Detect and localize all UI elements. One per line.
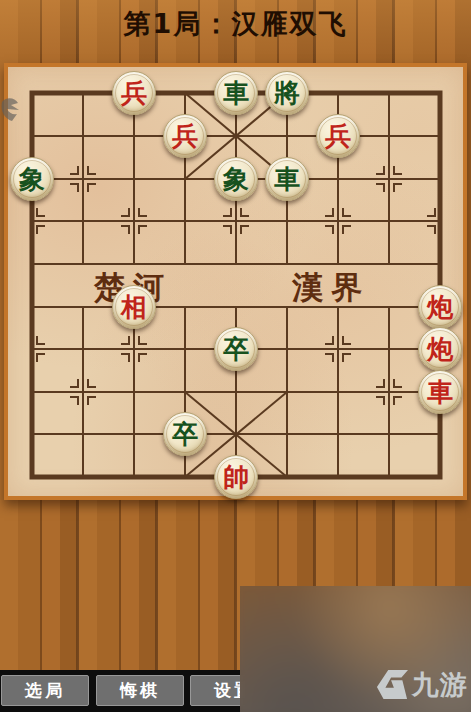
piece-black-elephant-1[interactable]: 象 [10, 157, 54, 201]
piece-black-soldier-1[interactable]: 卒 [214, 327, 258, 371]
select-game-button[interactable]: 选局 [1, 675, 89, 706]
piece-red-chariot[interactable]: 車 [418, 370, 462, 414]
undo-move-button[interactable]: 悔棋 [96, 675, 184, 706]
page-title: 第1局：汉雁双飞 [0, 6, 471, 42]
piece-black-elephant-2[interactable]: 象 [214, 157, 258, 201]
piece-red-elephant[interactable]: 相 [112, 285, 156, 329]
jiuyou-logo-icon [376, 668, 408, 702]
piece-black-chariot-2[interactable]: 車 [265, 157, 309, 201]
river-label-han: 漢界 [292, 267, 370, 309]
piece-red-soldier-3[interactable]: 兵 [316, 114, 360, 158]
jiuyou-watermark: 九游 [376, 667, 468, 703]
piece-black-soldier-2[interactable]: 卒 [163, 412, 207, 456]
jiuyou-logo-text: 九游 [412, 667, 468, 703]
piece-red-general[interactable]: 帥 [214, 455, 258, 499]
piece-black-general[interactable]: 將 [265, 71, 309, 115]
piece-red-soldier-1[interactable]: 兵 [112, 71, 156, 115]
xiangqi-board[interactable] [4, 63, 467, 500]
piece-red-cannon-2[interactable]: 炮 [418, 327, 462, 371]
app-root: 第1局：汉雁双飞 楚河 漢界 兵車將兵兵象象車相炮卒炮車卒帥 选局 悔棋 设置 … [0, 0, 471, 712]
piece-red-soldier-2[interactable]: 兵 [163, 114, 207, 158]
piece-red-cannon-1[interactable]: 炮 [418, 285, 462, 329]
edge-watermark-swoosh-icon [0, 97, 20, 123]
piece-black-chariot-1[interactable]: 車 [214, 71, 258, 115]
